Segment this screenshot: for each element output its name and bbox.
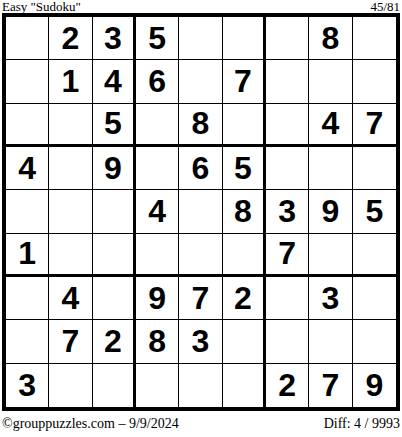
cell-r8c3-given: 2 [93,320,136,363]
cell-r7c1-empty[interactable] [6,277,49,320]
cell-r2c3-given: 4 [93,60,136,103]
cell-r3c1-empty[interactable] [6,104,49,147]
cell-r9c5-empty[interactable] [179,364,222,407]
cell-r2c9-empty[interactable] [353,60,396,103]
cell-r8c2-given: 7 [49,320,92,363]
cell-r2c8-empty[interactable] [309,60,352,103]
cell-r1c2-given: 2 [49,17,92,60]
cell-r3c7-empty[interactable] [266,104,309,147]
cell-r4c5-given: 6 [179,147,222,190]
cell-r6c1-given: 1 [6,234,49,277]
cell-r8c8-empty[interactable] [309,320,352,363]
cell-r5c6-given: 8 [223,190,266,233]
cell-r4c2-empty[interactable] [49,147,92,190]
cell-r7c5-given: 7 [179,277,222,320]
cell-r2c1-empty[interactable] [6,60,49,103]
cell-r4c6-given: 5 [223,147,266,190]
footer: ©grouppuzzles.com – 9/9/2024 Diff: 4 / 9… [0,416,402,431]
cell-r3c2-empty[interactable] [49,104,92,147]
cell-r5c2-empty[interactable] [49,190,92,233]
cell-r2c6-given: 7 [223,60,266,103]
cell-r6c9-empty[interactable] [353,234,396,277]
cell-r8c4-given: 8 [136,320,179,363]
cell-r7c3-empty[interactable] [93,277,136,320]
cell-r5c5-empty[interactable] [179,190,222,233]
cell-r9c3-empty[interactable] [93,364,136,407]
cell-r8c5-given: 3 [179,320,222,363]
cell-r4c3-given: 9 [93,147,136,190]
cell-r6c7-given: 7 [266,234,309,277]
cell-r7c7-empty[interactable] [266,277,309,320]
empty-cell-counter: 45/81 [370,0,400,13]
cell-r1c9-empty[interactable] [353,17,396,60]
cell-r7c8-given: 3 [309,277,352,320]
cell-r1c4-given: 5 [136,17,179,60]
cell-r3c5-given: 8 [179,104,222,147]
cell-r1c8-given: 8 [309,17,352,60]
cell-r8c6-empty[interactable] [223,320,266,363]
cell-r2c7-empty[interactable] [266,60,309,103]
cell-r2c5-empty[interactable] [179,60,222,103]
cell-r3c4-empty[interactable] [136,104,179,147]
cell-r1c7-empty[interactable] [266,17,309,60]
cell-r3c6-empty[interactable] [223,104,266,147]
cell-r6c3-empty[interactable] [93,234,136,277]
cell-r4c1-given: 4 [6,147,49,190]
cell-r1c6-empty[interactable] [223,17,266,60]
cell-r1c5-empty[interactable] [179,17,222,60]
cell-r9c8-given: 7 [309,364,352,407]
header: Easy "Sudoku" 45/81 [0,0,402,13]
cell-r5c3-empty[interactable] [93,190,136,233]
cell-r5c9-given: 5 [353,190,396,233]
cell-r6c8-empty[interactable] [309,234,352,277]
cell-r5c4-given: 4 [136,190,179,233]
cell-r3c8-given: 4 [309,104,352,147]
cell-r9c6-empty[interactable] [223,364,266,407]
cell-r4c7-empty[interactable] [266,147,309,190]
cell-r8c7-empty[interactable] [266,320,309,363]
cell-r5c7-given: 3 [266,190,309,233]
cell-r3c3-given: 5 [93,104,136,147]
cell-r7c6-given: 2 [223,277,266,320]
copyright-text: ©grouppuzzles.com – 9/9/2024 [2,416,179,431]
cell-r7c9-empty[interactable] [353,277,396,320]
cell-r5c8-given: 9 [309,190,352,233]
cell-r4c9-empty[interactable] [353,147,396,190]
cell-r7c4-given: 9 [136,277,179,320]
sudoku-board: 235814675847496548395174972372833279 [2,13,400,411]
cell-r8c1-empty[interactable] [6,320,49,363]
cell-r6c5-empty[interactable] [179,234,222,277]
cell-r9c4-empty[interactable] [136,364,179,407]
page-title: Easy "Sudoku" [2,0,81,13]
cell-r9c1-given: 3 [6,364,49,407]
cell-r3c9-given: 7 [353,104,396,147]
cell-r2c4-given: 6 [136,60,179,103]
difficulty-label: Diff: 4 / 9993 [324,416,400,431]
cell-r2c2-given: 1 [49,60,92,103]
cell-r6c2-empty[interactable] [49,234,92,277]
sudoku-page: Easy "Sudoku" 45/81 23581467584749654839… [0,0,402,437]
cell-r1c3-given: 3 [93,17,136,60]
cell-r9c2-empty[interactable] [49,364,92,407]
cell-r7c2-given: 4 [49,277,92,320]
cell-r5c1-empty[interactable] [6,190,49,233]
cell-r6c6-empty[interactable] [223,234,266,277]
cell-r1c1-empty[interactable] [6,17,49,60]
cell-r4c8-empty[interactable] [309,147,352,190]
cell-r9c7-given: 2 [266,364,309,407]
cell-r6c4-empty[interactable] [136,234,179,277]
cell-r8c9-empty[interactable] [353,320,396,363]
cell-r9c9-given: 9 [353,364,396,407]
cell-r4c4-empty[interactable] [136,147,179,190]
